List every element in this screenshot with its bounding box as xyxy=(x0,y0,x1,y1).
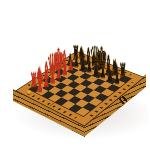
chess-set-photo: ♜♞♝♛♚♝♞♜♟♟♟♟♟♟♟♟♝♟♚♟♛♟♝♟♞♟♜♟ xyxy=(0,0,150,150)
red-pawn-glyph: ♟ xyxy=(31,78,48,94)
black-pawn-glyph: ♟ xyxy=(108,70,125,86)
board-frame: ♜♞♝♛♚♝♞♜♟♟♟♟♟♟♟♟♝♟♚♟♛♟♝♟♞♟♜♟ xyxy=(15,51,144,126)
board-perspective-wrapper: ♜♞♝♛♚♝♞♜♟♟♟♟♟♟♟♟♝♟♚♟♛♟♝♟♞♟♜♟ xyxy=(10,14,150,150)
clasp-icon xyxy=(27,90,31,94)
pieces-layer: ♜♞♝♛♚♝♞♜♟♟♟♟♟♟♟♟♝♟♚♟♛♟♝♟♞♟♜♟ xyxy=(29,58,130,117)
red-pawn-b1[interactable]: ♟ xyxy=(36,88,49,96)
black-pawn-h7[interactable]: ♟ xyxy=(112,80,125,87)
